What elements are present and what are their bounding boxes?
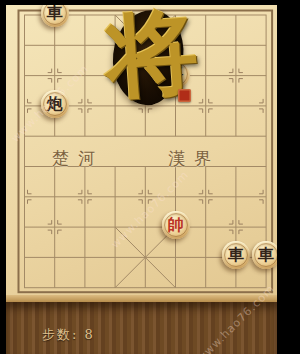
piece-character: 車 xyxy=(252,241,277,269)
piece-black-4[interactable]: 車 xyxy=(222,241,250,269)
status-bar: 步数: 8 xyxy=(6,302,277,354)
piece-character: 炮 xyxy=(41,90,69,118)
piece-black-2[interactable]: 炮 xyxy=(41,90,69,118)
xiangqi-board[interactable]: 楚河 漢界 車將炮帥車車 将 xyxy=(6,5,277,302)
piece-black-1[interactable]: 將 xyxy=(162,60,190,88)
step-counter-label: 步数: xyxy=(42,327,78,342)
piece-character: 車 xyxy=(222,241,250,269)
xiangqi-app-screen: 楚河 漢界 車將炮帥車車 将 步数: 8 www.hao76.com www.h… xyxy=(6,5,277,354)
step-counter-value: 8 xyxy=(85,327,95,342)
piece-character: 將 xyxy=(162,60,190,88)
piece-black-5[interactable]: 車 xyxy=(252,241,277,269)
piece-character: 車 xyxy=(41,5,69,27)
piece-red-3[interactable]: 帥 xyxy=(162,211,190,239)
piece-character: 帥 xyxy=(162,211,190,239)
step-counter: 步数: 8 xyxy=(42,326,95,344)
piece-black-0[interactable]: 車 xyxy=(41,5,69,27)
